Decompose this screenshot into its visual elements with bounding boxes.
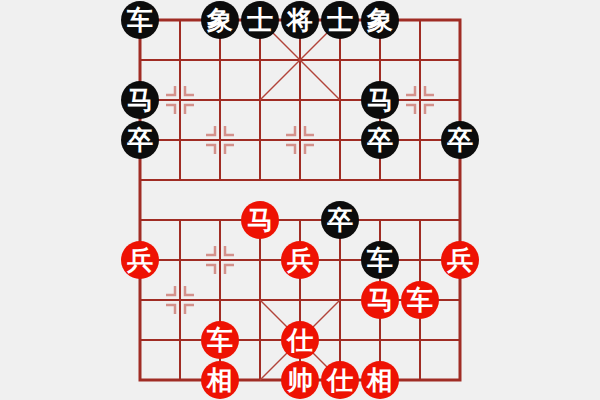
piece-black-soldier[interactable]: 卒 (361, 121, 399, 159)
piece-red-horse[interactable]: 马 (241, 201, 279, 239)
piece-red-rook[interactable]: 车 (201, 321, 239, 359)
piece-black-soldier[interactable]: 卒 (441, 121, 479, 159)
piece-black-advisor[interactable]: 士 (321, 1, 359, 39)
piece-black-soldier[interactable]: 卒 (321, 201, 359, 239)
piece-red-advisor[interactable]: 仕 (321, 361, 359, 399)
piece-black-rook[interactable]: 车 (361, 241, 399, 279)
xiangqi-board[interactable]: 车象士将士象马马卒卒卒马卒兵兵车兵马车车仕相帅仕相 (140, 20, 460, 380)
piece-red-advisor[interactable]: 仕 (281, 321, 319, 359)
piece-black-general[interactable]: 将 (281, 1, 319, 39)
piece-black-horse[interactable]: 马 (361, 81, 399, 119)
piece-red-general[interactable]: 帅 (281, 361, 319, 399)
piece-black-advisor[interactable]: 士 (241, 1, 279, 39)
piece-red-soldier[interactable]: 兵 (121, 241, 159, 279)
piece-red-horse[interactable]: 马 (361, 281, 399, 319)
piece-red-elephant[interactable]: 相 (361, 361, 399, 399)
piece-red-elephant[interactable]: 相 (201, 361, 239, 399)
piece-black-horse[interactable]: 马 (121, 81, 159, 119)
piece-red-rook[interactable]: 车 (401, 281, 439, 319)
piece-red-soldier[interactable]: 兵 (281, 241, 319, 279)
piece-black-soldier[interactable]: 卒 (121, 121, 159, 159)
piece-black-elephant[interactable]: 象 (361, 1, 399, 39)
piece-red-soldier[interactable]: 兵 (441, 241, 479, 279)
pieces-layer: 车象士将士象马马卒卒卒马卒兵兵车兵马车车仕相帅仕相 (140, 20, 460, 380)
piece-black-rook[interactable]: 车 (121, 1, 159, 39)
piece-black-elephant[interactable]: 象 (201, 1, 239, 39)
